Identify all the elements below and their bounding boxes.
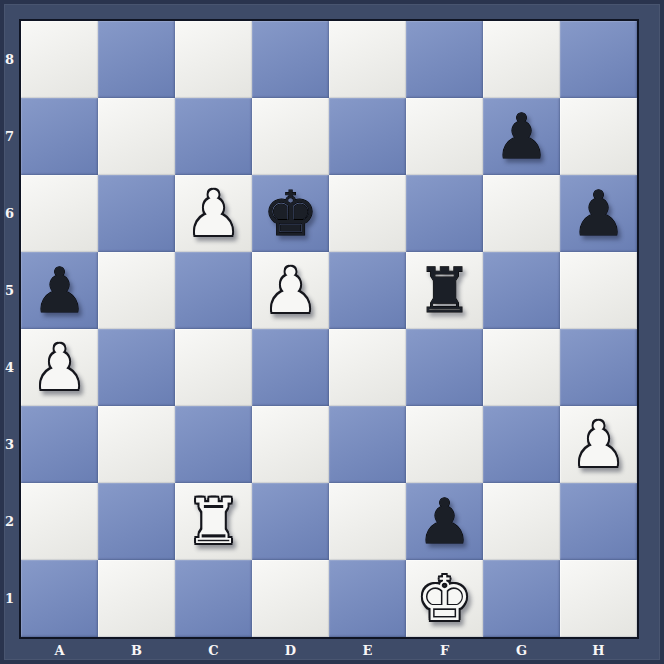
square-b6[interactable] (98, 175, 175, 252)
square-h1[interactable] (560, 560, 637, 637)
file-label-h: H (560, 639, 637, 661)
square-h3[interactable]: ♟ (560, 406, 637, 483)
white-pawn[interactable]: ♟ (571, 406, 627, 483)
square-a3[interactable] (21, 406, 98, 483)
white-pawn[interactable]: ♟ (32, 329, 88, 406)
square-d4[interactable] (252, 329, 329, 406)
file-label-a: A (21, 639, 98, 661)
square-g8[interactable] (483, 21, 560, 98)
square-a2[interactable] (21, 483, 98, 560)
file-labels: ABCDEFGH (21, 639, 637, 661)
square-c1[interactable] (175, 560, 252, 637)
board-frame: ♟♟♚♟♟♟♜♟♟♜♟♚ (19, 19, 639, 639)
square-h8[interactable] (560, 21, 637, 98)
square-d2[interactable] (252, 483, 329, 560)
square-e4[interactable] (329, 329, 406, 406)
square-g2[interactable] (483, 483, 560, 560)
rank-label-6: 6 (0, 175, 19, 252)
square-b5[interactable] (98, 252, 175, 329)
white-pawn[interactable]: ♟ (263, 252, 319, 329)
square-e3[interactable] (329, 406, 406, 483)
file-label-g: G (483, 639, 560, 661)
rank-label-2: 2 (0, 483, 19, 560)
black-pawn[interactable]: ♟ (494, 98, 550, 175)
square-c4[interactable] (175, 329, 252, 406)
square-f2[interactable]: ♟ (406, 483, 483, 560)
file-label-c: C (175, 639, 252, 661)
square-f7[interactable] (406, 98, 483, 175)
square-e7[interactable] (329, 98, 406, 175)
rank-label-4: 4 (0, 329, 19, 406)
square-d3[interactable] (252, 406, 329, 483)
square-e5[interactable] (329, 252, 406, 329)
square-g4[interactable] (483, 329, 560, 406)
square-g6[interactable] (483, 175, 560, 252)
white-pawn[interactable]: ♟ (186, 175, 242, 252)
square-a6[interactable] (21, 175, 98, 252)
square-e1[interactable] (329, 560, 406, 637)
black-pawn[interactable]: ♟ (571, 175, 627, 252)
square-e8[interactable] (329, 21, 406, 98)
square-b7[interactable] (98, 98, 175, 175)
chess-board: ♟♟♚♟♟♟♜♟♟♜♟♚ (21, 21, 637, 637)
square-b2[interactable] (98, 483, 175, 560)
square-g1[interactable] (483, 560, 560, 637)
rank-label-5: 5 (0, 252, 19, 329)
square-g5[interactable] (483, 252, 560, 329)
square-f8[interactable] (406, 21, 483, 98)
square-b4[interactable] (98, 329, 175, 406)
square-e2[interactable] (329, 483, 406, 560)
square-c6[interactable]: ♟ (175, 175, 252, 252)
square-a1[interactable] (21, 560, 98, 637)
chess-board-window: ♟♟♚♟♟♟♜♟♟♜♟♚ 87654321 ABCDEFGH (0, 0, 664, 664)
square-a7[interactable] (21, 98, 98, 175)
black-pawn[interactable]: ♟ (417, 483, 473, 560)
square-f5[interactable]: ♜ (406, 252, 483, 329)
square-a4[interactable]: ♟ (21, 329, 98, 406)
square-g3[interactable] (483, 406, 560, 483)
white-rook[interactable]: ♜ (186, 483, 242, 560)
square-h2[interactable] (560, 483, 637, 560)
square-f1[interactable]: ♚ (406, 560, 483, 637)
file-label-f: F (406, 639, 483, 661)
square-g7[interactable]: ♟ (483, 98, 560, 175)
square-h5[interactable] (560, 252, 637, 329)
square-a8[interactable] (21, 21, 98, 98)
square-b3[interactable] (98, 406, 175, 483)
square-e6[interactable] (329, 175, 406, 252)
square-b1[interactable] (98, 560, 175, 637)
square-c5[interactable] (175, 252, 252, 329)
file-label-b: B (98, 639, 175, 661)
square-c8[interactable] (175, 21, 252, 98)
square-f6[interactable] (406, 175, 483, 252)
square-h7[interactable] (560, 98, 637, 175)
file-label-d: D (252, 639, 329, 661)
square-c7[interactable] (175, 98, 252, 175)
file-label-e: E (329, 639, 406, 661)
square-h4[interactable] (560, 329, 637, 406)
rank-label-3: 3 (0, 406, 19, 483)
square-d1[interactable] (252, 560, 329, 637)
rank-label-8: 8 (0, 21, 19, 98)
rank-label-1: 1 (0, 560, 19, 637)
white-king[interactable]: ♚ (417, 560, 473, 637)
square-h6[interactable]: ♟ (560, 175, 637, 252)
square-f3[interactable] (406, 406, 483, 483)
square-d7[interactable] (252, 98, 329, 175)
black-rook[interactable]: ♜ (417, 252, 473, 329)
rank-labels: 87654321 (0, 21, 19, 637)
square-f4[interactable] (406, 329, 483, 406)
square-a5[interactable]: ♟ (21, 252, 98, 329)
black-king[interactable]: ♚ (263, 175, 319, 252)
square-c2[interactable]: ♜ (175, 483, 252, 560)
square-d5[interactable]: ♟ (252, 252, 329, 329)
square-c3[interactable] (175, 406, 252, 483)
square-d6[interactable]: ♚ (252, 175, 329, 252)
rank-label-7: 7 (0, 98, 19, 175)
square-b8[interactable] (98, 21, 175, 98)
black-pawn[interactable]: ♟ (32, 252, 88, 329)
square-d8[interactable] (252, 21, 329, 98)
